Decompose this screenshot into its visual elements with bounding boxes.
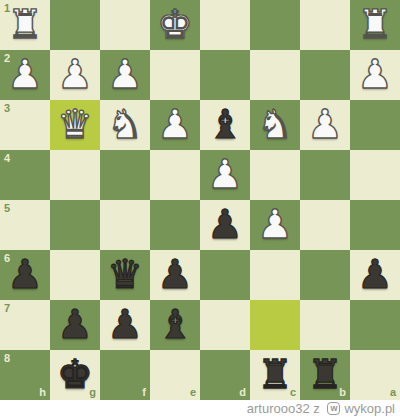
rank-label-8: 8 (4, 353, 10, 364)
black-pawn-h6[interactable]: ♟ (0, 250, 50, 300)
square-g8[interactable]: g♚ (50, 350, 100, 400)
square-d4[interactable]: ♟ (200, 150, 250, 200)
wykop-logo-icon: w (327, 402, 340, 415)
square-h2[interactable]: 2♟ (0, 50, 50, 100)
white-pawn-f2[interactable]: ♟ (100, 50, 150, 100)
square-d2[interactable] (200, 50, 250, 100)
white-pawn-e3[interactable]: ♟ (150, 100, 200, 150)
rank-label-7: 7 (4, 303, 10, 314)
square-a8[interactable]: a (350, 350, 400, 400)
square-g6[interactable] (50, 250, 100, 300)
square-d6[interactable] (200, 250, 250, 300)
square-d8[interactable]: d (200, 350, 250, 400)
square-e7[interactable]: ♝ (150, 300, 200, 350)
square-h7[interactable]: 7 (0, 300, 50, 350)
square-d1[interactable] (200, 0, 250, 50)
square-a1[interactable]: ♜ (350, 0, 400, 50)
white-knight-c3[interactable]: ♞ (250, 100, 300, 150)
square-f8[interactable]: f (100, 350, 150, 400)
black-pawn-d5[interactable]: ♟ (200, 200, 250, 250)
square-b1[interactable] (300, 0, 350, 50)
square-b4[interactable] (300, 150, 350, 200)
black-pawn-f7[interactable]: ♟ (100, 300, 150, 350)
square-c4[interactable] (250, 150, 300, 200)
white-king-e1[interactable]: ♚ (150, 0, 200, 50)
square-a2[interactable]: ♟ (350, 50, 400, 100)
square-d5[interactable]: ♟ (200, 200, 250, 250)
file-label-e: e (190, 387, 196, 398)
white-pawn-c5[interactable]: ♟ (250, 200, 300, 250)
black-rook-c8[interactable]: ♜ (250, 350, 300, 400)
credit-text: arturooo32 z (247, 400, 324, 417)
square-g5[interactable] (50, 200, 100, 250)
white-knight-f3[interactable]: ♞ (100, 100, 150, 150)
rank-label-3: 3 (4, 103, 10, 114)
black-rook-b8[interactable]: ♜ (300, 350, 350, 400)
black-bishop-e7[interactable]: ♝ (150, 300, 200, 350)
square-g4[interactable] (50, 150, 100, 200)
square-b6[interactable] (300, 250, 350, 300)
black-bishop-d3[interactable]: ♝ (200, 100, 250, 150)
black-pawn-e6[interactable]: ♟ (150, 250, 200, 300)
rank-label-4: 4 (4, 153, 10, 164)
square-c5[interactable]: ♟ (250, 200, 300, 250)
black-pawn-g7[interactable]: ♟ (50, 300, 100, 350)
black-queen-f6[interactable]: ♛ (100, 250, 150, 300)
square-f4[interactable] (100, 150, 150, 200)
square-f3[interactable]: ♞ (100, 100, 150, 150)
square-c1[interactable] (250, 0, 300, 50)
file-label-d: d (239, 387, 246, 398)
square-e4[interactable] (150, 150, 200, 200)
square-e3[interactable]: ♟ (150, 100, 200, 150)
square-a4[interactable] (350, 150, 400, 200)
white-rook-h1[interactable]: ♜ (0, 0, 50, 50)
square-e1[interactable]: ♚ (150, 0, 200, 50)
square-h6[interactable]: 6♟ (0, 250, 50, 300)
square-f1[interactable] (100, 0, 150, 50)
square-d3[interactable]: ♝ (200, 100, 250, 150)
square-b3[interactable]: ♟ (300, 100, 350, 150)
square-b7[interactable] (300, 300, 350, 350)
square-f6[interactable]: ♛ (100, 250, 150, 300)
square-g1[interactable] (50, 0, 100, 50)
square-b5[interactable] (300, 200, 350, 250)
square-e6[interactable]: ♟ (150, 250, 200, 300)
square-b2[interactable] (300, 50, 350, 100)
white-queen-g3[interactable]: ♛ (50, 100, 100, 150)
square-a5[interactable] (350, 200, 400, 250)
square-h5[interactable]: 5 (0, 200, 50, 250)
white-pawn-d4[interactable]: ♟ (200, 150, 250, 200)
square-c8[interactable]: c♜ (250, 350, 300, 400)
white-pawn-b3[interactable]: ♟ (300, 100, 350, 150)
square-a6[interactable]: ♟ (350, 250, 400, 300)
rank-label-5: 5 (4, 203, 10, 214)
square-h1[interactable]: 1♜ (0, 0, 50, 50)
file-label-a: a (390, 387, 396, 398)
square-f2[interactable]: ♟ (100, 50, 150, 100)
square-a3[interactable] (350, 100, 400, 150)
square-g7[interactable]: ♟ (50, 300, 100, 350)
black-pawn-a6[interactable]: ♟ (350, 250, 400, 300)
chess-board: 1♜♚♜2♟♟♟♟3♛♞♟♝♞♟4♟5♟♟6♟♛♟♟7♟♟♝8hg♚fedc♜b… (0, 0, 400, 400)
square-f5[interactable] (100, 200, 150, 250)
square-e5[interactable] (150, 200, 200, 250)
white-pawn-g2[interactable]: ♟ (50, 50, 100, 100)
square-c6[interactable] (250, 250, 300, 300)
white-pawn-h2[interactable]: ♟ (0, 50, 50, 100)
square-h4[interactable]: 4 (0, 150, 50, 200)
square-g3[interactable]: ♛ (50, 100, 100, 150)
square-e2[interactable] (150, 50, 200, 100)
square-f7[interactable]: ♟ (100, 300, 150, 350)
square-c7[interactable] (250, 300, 300, 350)
square-g2[interactable]: ♟ (50, 50, 100, 100)
square-a7[interactable] (350, 300, 400, 350)
file-label-h: h (39, 387, 46, 398)
square-c2[interactable] (250, 50, 300, 100)
watermark-footer: arturooo32 z w wykop.pl (0, 400, 400, 417)
page: 1♜♚♜2♟♟♟♟3♛♞♟♝♞♟4♟5♟♟6♟♛♟♟7♟♟♝8hg♚fedc♜b… (0, 0, 400, 417)
black-king-g8[interactable]: ♚ (50, 350, 100, 400)
file-label-f: f (142, 387, 146, 398)
square-h8[interactable]: 8h (0, 350, 50, 400)
square-c3[interactable]: ♞ (250, 100, 300, 150)
square-b8[interactable]: b♜ (300, 350, 350, 400)
square-e8[interactable]: e (150, 350, 200, 400)
square-h3[interactable]: 3 (0, 100, 50, 150)
white-rook-a1[interactable]: ♜ (350, 0, 400, 50)
white-pawn-a2[interactable]: ♟ (350, 50, 400, 100)
square-d7[interactable] (200, 300, 250, 350)
site-name: wykop.pl (344, 400, 395, 417)
